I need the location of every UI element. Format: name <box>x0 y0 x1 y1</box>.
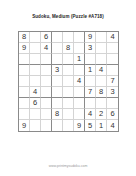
cell-r3c5 <box>63 54 74 65</box>
cell-r3c3 <box>41 54 52 65</box>
cell-r9c5 <box>63 120 74 131</box>
cell-r1c5 <box>63 32 74 43</box>
cell-r8c5 <box>63 109 74 120</box>
cell-r1c7: 9 <box>85 32 96 43</box>
cell-r4c8: 4 <box>96 65 107 76</box>
cell-r1c2 <box>30 32 41 43</box>
cell-r2c6 <box>74 43 85 54</box>
cell-r5c7 <box>85 76 96 87</box>
cell-r6c6 <box>74 87 85 98</box>
cell-r2c5: 8 <box>63 43 74 54</box>
cell-r3c7 <box>85 54 96 65</box>
cell-r3c9 <box>107 54 118 65</box>
cell-r5c3 <box>41 76 52 87</box>
cell-r3c1 <box>19 54 30 65</box>
cell-r9c6: 9 <box>74 120 85 131</box>
cell-r7c6 <box>74 98 85 109</box>
cell-r7c2: 6 <box>30 98 41 109</box>
cell-r1c8 <box>96 32 107 43</box>
cell-r7c1 <box>19 98 30 109</box>
cell-r4c6 <box>74 65 85 76</box>
cell-r4c9 <box>107 65 118 76</box>
cell-r4c4: 3 <box>52 65 63 76</box>
cell-r8c3 <box>41 109 52 120</box>
cell-r9c2 <box>30 120 41 131</box>
cell-r5c2 <box>30 76 41 87</box>
footer-url: www.printmysudoku.com <box>0 164 136 168</box>
cell-r8c1 <box>19 109 30 120</box>
cell-r8c6 <box>74 109 85 120</box>
cell-r4c2 <box>30 65 41 76</box>
cell-r1c4 <box>52 32 63 43</box>
cell-r6c2: 4 <box>30 87 41 98</box>
cell-r1c1: 8 <box>19 32 30 43</box>
cell-r7c5 <box>63 98 74 109</box>
cell-r1c9: 4 <box>107 32 118 43</box>
cell-r6c9: 3 <box>107 87 118 98</box>
cell-r9c9: 4 <box>107 120 118 131</box>
cell-r5c1 <box>19 76 30 87</box>
cell-r1c6 <box>74 32 85 43</box>
cell-r1c3: 6 <box>41 32 52 43</box>
cell-r2c4 <box>52 43 63 54</box>
cell-r4c1 <box>19 65 30 76</box>
cell-r8c8: 2 <box>96 109 107 120</box>
cell-r6c5 <box>63 87 74 98</box>
cell-r6c4 <box>52 87 63 98</box>
page-title: Sudoku, Medium (Puzzle #A718) <box>0 14 136 19</box>
cell-r6c7: 7 <box>85 87 96 98</box>
cell-r5c8 <box>96 76 107 87</box>
cell-r4c3 <box>41 65 52 76</box>
cell-r6c3 <box>41 87 52 98</box>
cell-r6c8: 8 <box>96 87 107 98</box>
cell-r7c3 <box>41 98 52 109</box>
cell-r7c7 <box>85 98 96 109</box>
cell-r4c7: 1 <box>85 65 96 76</box>
cell-r6c1 <box>19 87 30 98</box>
cell-r8c4: 8 <box>52 109 63 120</box>
cell-r5c6: 4 <box>74 76 85 87</box>
cell-r8c9: 6 <box>107 109 118 120</box>
cell-r9c4 <box>52 120 63 131</box>
cell-r5c4 <box>52 76 63 87</box>
cell-r9c1: 9 <box>19 120 30 131</box>
cell-r7c8 <box>96 98 107 109</box>
cell-r3c2 <box>30 54 41 65</box>
cell-r8c2 <box>30 109 41 120</box>
cell-r9c8: 1 <box>96 120 107 131</box>
cell-r2c7: 3 <box>85 43 96 54</box>
cell-r5c5 <box>63 76 74 87</box>
cell-r4c5 <box>63 65 74 76</box>
sudoku-sheet: Sudoku, Medium (Puzzle #A718) 8694948313… <box>0 0 136 176</box>
cell-r2c1: 9 <box>19 43 30 54</box>
cell-r7c4 <box>52 98 63 109</box>
cell-r9c7: 5 <box>85 120 96 131</box>
cell-r2c3: 4 <box>41 43 52 54</box>
cell-r9c3 <box>41 120 52 131</box>
cell-r3c8 <box>96 54 107 65</box>
cell-r8c7: 4 <box>85 109 96 120</box>
cell-r3c4 <box>52 54 63 65</box>
cell-r2c8 <box>96 43 107 54</box>
cell-r2c2 <box>30 43 41 54</box>
sudoku-grid: 8694948313144747836842699514 <box>18 31 119 132</box>
cell-r7c9 <box>107 98 118 109</box>
cell-r2c9 <box>107 43 118 54</box>
cell-r5c9: 7 <box>107 76 118 87</box>
cell-r3c6: 1 <box>74 54 85 65</box>
